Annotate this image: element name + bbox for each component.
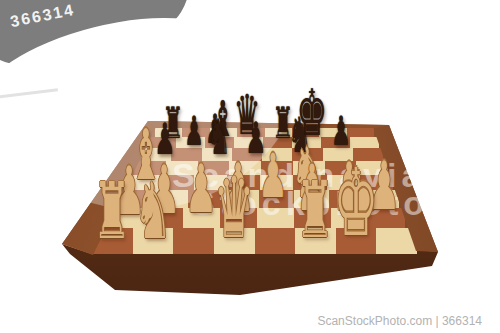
square-g8: [319, 127, 346, 137]
square-f7: [292, 137, 321, 148]
square-c1: [173, 228, 214, 254]
square-h7: [350, 137, 379, 148]
square-g7: [321, 137, 350, 148]
rank-1: [92, 228, 417, 254]
square-f8: [292, 127, 319, 137]
square-g1: [336, 228, 377, 254]
square-b1: [133, 228, 174, 254]
square-f1: [295, 228, 336, 254]
square-d1: [214, 228, 255, 254]
square-e1: [255, 228, 296, 254]
watermark-brand-line2: Stockphoto: [192, 184, 429, 223]
watermark-footer: ScanStockPhoto.com | 366314: [317, 314, 482, 328]
photo-stage: ♝♛♜♜♚♟♟♟♞♟♟♞♝♟♞♟♟♟♟♟♟♟♚♛♜♜♞ 366314 Scand…: [0, 0, 500, 333]
square-b2: [146, 208, 183, 228]
square-h8: [347, 127, 374, 137]
